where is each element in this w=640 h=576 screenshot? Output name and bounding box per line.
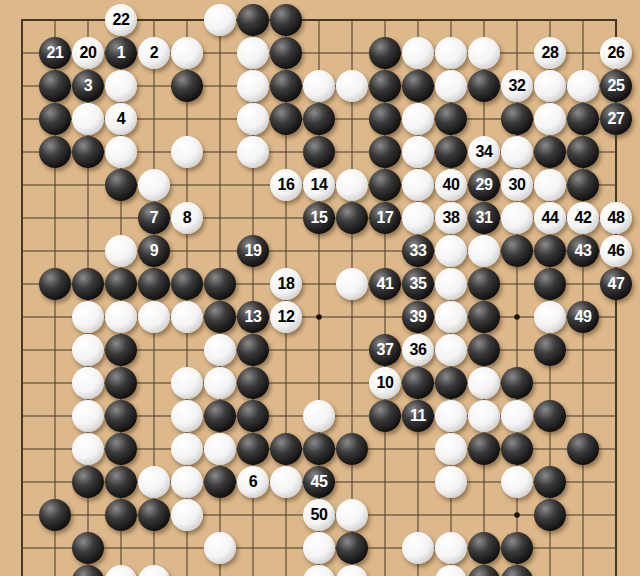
move-number: 28 [542, 45, 559, 61]
move-number: 8 [183, 210, 191, 226]
black-stone[interactable] [237, 4, 269, 36]
move-number: 35 [410, 276, 427, 292]
black-stone[interactable]: 3 [72, 70, 104, 102]
black-stone[interactable] [534, 268, 566, 300]
white-stone[interactable] [336, 70, 368, 102]
black-stone[interactable] [237, 433, 269, 465]
black-stone[interactable] [39, 499, 71, 531]
black-stone[interactable] [501, 367, 533, 399]
black-stone[interactable] [501, 433, 533, 465]
white-stone[interactable]: 18 [270, 268, 302, 300]
black-stone[interactable] [336, 532, 368, 564]
black-stone[interactable] [303, 136, 335, 168]
white-stone[interactable] [171, 37, 203, 69]
white-stone[interactable] [468, 235, 500, 267]
black-stone[interactable]: 31 [468, 202, 500, 234]
black-stone[interactable] [105, 400, 137, 432]
black-stone[interactable] [72, 466, 104, 498]
white-stone[interactable] [435, 70, 467, 102]
white-stone[interactable] [336, 169, 368, 201]
white-stone[interactable]: 16 [270, 169, 302, 201]
white-stone[interactable] [171, 466, 203, 498]
white-stone[interactable]: 8 [171, 202, 203, 234]
white-stone[interactable]: 32 [501, 70, 533, 102]
white-stone[interactable] [138, 169, 170, 201]
white-stone[interactable] [435, 334, 467, 366]
black-stone[interactable] [105, 466, 137, 498]
white-stone[interactable] [336, 499, 368, 531]
black-stone[interactable] [534, 136, 566, 168]
black-stone[interactable] [39, 268, 71, 300]
white-stone[interactable] [237, 103, 269, 135]
white-stone[interactable] [72, 334, 104, 366]
move-number: 6 [249, 474, 257, 490]
black-stone[interactable] [303, 433, 335, 465]
black-stone[interactable] [567, 169, 599, 201]
black-stone[interactable] [468, 433, 500, 465]
move-number: 12 [278, 309, 295, 325]
go-board[interactable]: 2221201228263322542734161440293078151738… [6, 4, 633, 576]
white-stone[interactable]: 28 [534, 37, 566, 69]
white-stone[interactable] [534, 301, 566, 333]
white-stone[interactable] [435, 268, 467, 300]
black-stone[interactable]: 45 [303, 466, 335, 498]
white-stone[interactable] [72, 400, 104, 432]
white-stone[interactable] [402, 136, 434, 168]
white-stone[interactable] [171, 367, 203, 399]
move-number: 50 [311, 507, 328, 523]
black-stone[interactable] [567, 433, 599, 465]
move-number: 42 [575, 210, 592, 226]
move-number: 44 [542, 210, 559, 226]
white-stone[interactable] [501, 202, 533, 234]
black-stone[interactable] [270, 103, 302, 135]
white-stone[interactable] [435, 466, 467, 498]
black-stone[interactable] [468, 334, 500, 366]
white-stone[interactable]: 48 [600, 202, 632, 234]
black-stone[interactable]: 35 [402, 268, 434, 300]
move-number: 1 [117, 45, 125, 61]
move-number: 10 [377, 375, 394, 391]
black-stone[interactable]: 11 [402, 400, 434, 432]
black-stone[interactable] [402, 70, 434, 102]
move-number: 34 [476, 144, 493, 160]
black-stone[interactable] [204, 268, 236, 300]
black-stone[interactable] [369, 169, 401, 201]
white-stone[interactable] [534, 169, 566, 201]
white-stone[interactable]: 36 [402, 334, 434, 366]
black-stone[interactable] [270, 4, 302, 36]
move-number: 46 [608, 243, 625, 259]
white-stone[interactable] [435, 565, 467, 576]
white-stone[interactable] [402, 169, 434, 201]
black-stone[interactable] [138, 268, 170, 300]
move-number: 30 [509, 177, 526, 193]
white-stone[interactable] [105, 136, 137, 168]
white-stone[interactable]: 4 [105, 103, 137, 135]
black-stone[interactable] [534, 400, 566, 432]
white-stone[interactable] [567, 70, 599, 102]
black-stone[interactable] [534, 235, 566, 267]
white-stone[interactable] [402, 37, 434, 69]
black-stone[interactable] [369, 136, 401, 168]
move-number: 36 [410, 342, 427, 358]
white-stone[interactable]: 22 [105, 4, 137, 36]
move-number: 22 [113, 12, 130, 28]
black-stone[interactable] [468, 532, 500, 564]
white-stone[interactable] [204, 4, 236, 36]
white-stone[interactable] [501, 466, 533, 498]
white-stone[interactable] [204, 334, 236, 366]
move-number: 41 [377, 276, 394, 292]
move-number: 38 [443, 210, 460, 226]
white-stone[interactable] [204, 532, 236, 564]
white-stone[interactable] [237, 37, 269, 69]
white-stone[interactable] [534, 70, 566, 102]
white-stone[interactable] [105, 235, 137, 267]
white-stone[interactable] [237, 136, 269, 168]
black-stone[interactable]: 37 [369, 334, 401, 366]
move-number: 37 [377, 342, 394, 358]
black-stone[interactable] [435, 136, 467, 168]
black-stone[interactable]: 15 [303, 202, 335, 234]
black-stone[interactable] [270, 70, 302, 102]
black-stone[interactable]: 7 [138, 202, 170, 234]
move-number: 40 [443, 177, 460, 193]
black-stone[interactable] [105, 169, 137, 201]
black-stone[interactable]: 13 [237, 301, 269, 333]
black-stone[interactable] [204, 301, 236, 333]
black-stone[interactable] [105, 268, 137, 300]
white-stone[interactable] [534, 103, 566, 135]
black-stone[interactable]: 25 [600, 70, 632, 102]
black-stone[interactable] [369, 37, 401, 69]
white-stone[interactable]: 30 [501, 169, 533, 201]
black-stone[interactable] [105, 367, 137, 399]
move-number: 49 [575, 309, 592, 325]
black-stone[interactable] [336, 202, 368, 234]
white-stone[interactable] [303, 400, 335, 432]
black-stone[interactable] [105, 433, 137, 465]
black-stone[interactable] [501, 235, 533, 267]
white-stone[interactable] [138, 301, 170, 333]
move-number: 9 [150, 243, 158, 259]
move-number: 32 [509, 78, 526, 94]
move-number: 26 [608, 45, 625, 61]
white-stone[interactable] [468, 37, 500, 69]
white-stone[interactable] [105, 565, 137, 576]
black-stone[interactable]: 27 [600, 103, 632, 135]
black-stone[interactable]: 19 [237, 235, 269, 267]
white-stone[interactable] [336, 268, 368, 300]
white-stone[interactable] [72, 103, 104, 135]
black-stone[interactable] [468, 565, 500, 576]
move-number: 39 [410, 309, 427, 325]
black-stone[interactable] [105, 334, 137, 366]
move-number: 45 [311, 474, 328, 490]
white-stone[interactable] [105, 70, 137, 102]
move-number: 17 [377, 210, 394, 226]
black-stone[interactable]: 33 [402, 235, 434, 267]
black-stone[interactable] [567, 136, 599, 168]
black-stone[interactable]: 29 [468, 169, 500, 201]
go-game-screenshot: 2221201228263322542734161440293078151738… [0, 0, 640, 576]
black-stone[interactable] [369, 400, 401, 432]
black-stone[interactable] [171, 70, 203, 102]
white-stone[interactable] [171, 136, 203, 168]
white-stone[interactable]: 2 [138, 37, 170, 69]
move-number: 27 [608, 111, 625, 127]
black-stone[interactable] [534, 466, 566, 498]
move-number: 2 [150, 45, 158, 61]
white-stone[interactable]: 6 [237, 466, 269, 498]
black-stone[interactable] [39, 136, 71, 168]
black-stone[interactable] [534, 334, 566, 366]
white-stone[interactable]: 12 [270, 301, 302, 333]
black-stone[interactable] [72, 268, 104, 300]
black-stone[interactable] [534, 499, 566, 531]
black-stone[interactable]: 41 [369, 268, 401, 300]
white-stone[interactable] [501, 400, 533, 432]
black-stone[interactable]: 47 [600, 268, 632, 300]
white-stone[interactable] [402, 202, 434, 234]
black-stone[interactable]: 17 [369, 202, 401, 234]
white-stone[interactable] [105, 301, 137, 333]
black-stone[interactable]: 1 [105, 37, 137, 69]
white-stone[interactable]: 34 [468, 136, 500, 168]
white-stone[interactable] [468, 367, 500, 399]
black-stone[interactable] [402, 367, 434, 399]
move-number: 31 [476, 210, 493, 226]
white-stone[interactable]: 10 [369, 367, 401, 399]
white-stone[interactable] [303, 70, 335, 102]
move-number: 13 [245, 309, 262, 325]
black-stone[interactable] [270, 433, 302, 465]
white-stone[interactable] [435, 301, 467, 333]
black-stone[interactable] [237, 334, 269, 366]
white-stone[interactable] [204, 367, 236, 399]
move-number: 16 [278, 177, 295, 193]
black-stone[interactable] [435, 103, 467, 135]
white-stone[interactable] [402, 103, 434, 135]
white-stone[interactable] [501, 136, 533, 168]
black-stone[interactable] [171, 268, 203, 300]
white-stone[interactable]: 50 [303, 499, 335, 531]
white-stone[interactable]: 14 [303, 169, 335, 201]
white-stone[interactable] [435, 532, 467, 564]
move-number: 19 [245, 243, 262, 259]
white-stone[interactable] [303, 532, 335, 564]
black-stone[interactable] [204, 400, 236, 432]
move-number: 11 [410, 408, 426, 424]
black-stone[interactable] [435, 367, 467, 399]
white-stone[interactable] [402, 532, 434, 564]
black-stone[interactable] [39, 70, 71, 102]
white-stone[interactable] [171, 301, 203, 333]
white-stone[interactable]: 44 [534, 202, 566, 234]
white-stone[interactable] [303, 565, 335, 576]
black-stone[interactable] [468, 301, 500, 333]
white-stone[interactable]: 26 [600, 37, 632, 69]
black-stone[interactable] [303, 103, 335, 135]
move-number: 25 [608, 78, 625, 94]
black-stone[interactable] [270, 37, 302, 69]
white-stone[interactable] [138, 565, 170, 576]
white-stone[interactable] [237, 70, 269, 102]
move-number: 33 [410, 243, 427, 259]
white-stone[interactable] [270, 466, 302, 498]
white-stone[interactable] [72, 433, 104, 465]
white-stone[interactable] [72, 301, 104, 333]
black-stone[interactable]: 43 [567, 235, 599, 267]
black-stone[interactable] [369, 70, 401, 102]
move-number: 4 [117, 111, 125, 127]
move-number: 14 [311, 177, 328, 193]
black-stone[interactable] [72, 565, 104, 576]
white-stone[interactable] [72, 367, 104, 399]
white-stone[interactable] [468, 400, 500, 432]
move-number: 43 [575, 243, 592, 259]
black-stone[interactable]: 21 [39, 37, 71, 69]
black-stone[interactable] [237, 400, 269, 432]
black-stone[interactable] [204, 466, 236, 498]
white-stone[interactable]: 42 [567, 202, 599, 234]
white-stone[interactable]: 40 [435, 169, 467, 201]
move-number: 15 [311, 210, 328, 226]
white-stone[interactable] [204, 433, 236, 465]
black-stone[interactable] [72, 136, 104, 168]
black-stone[interactable] [72, 532, 104, 564]
black-stone[interactable] [369, 103, 401, 135]
move-number: 21 [47, 45, 64, 61]
move-number: 20 [80, 45, 97, 61]
black-stone[interactable]: 9 [138, 235, 170, 267]
move-number: 7 [150, 210, 158, 226]
black-stone[interactable] [237, 367, 269, 399]
white-stone[interactable] [171, 433, 203, 465]
black-stone[interactable]: 39 [402, 301, 434, 333]
white-stone[interactable] [435, 433, 467, 465]
black-stone[interactable] [468, 70, 500, 102]
white-stone[interactable] [171, 499, 203, 531]
white-stone[interactable]: 38 [435, 202, 467, 234]
move-number: 47 [608, 276, 625, 292]
white-stone[interactable]: 46 [600, 235, 632, 267]
move-number: 48 [608, 210, 625, 226]
black-stone[interactable] [336, 433, 368, 465]
white-stone[interactable] [435, 37, 467, 69]
move-number: 29 [476, 177, 493, 193]
black-stone[interactable] [567, 103, 599, 135]
black-stone[interactable] [105, 499, 137, 531]
black-stone[interactable] [138, 499, 170, 531]
move-number: 18 [278, 276, 295, 292]
black-stone[interactable] [468, 268, 500, 300]
black-stone[interactable] [501, 103, 533, 135]
white-stone[interactable] [336, 565, 368, 576]
black-stone[interactable] [501, 532, 533, 564]
white-stone[interactable] [435, 235, 467, 267]
white-stone[interactable]: 20 [72, 37, 104, 69]
white-stone[interactable] [435, 400, 467, 432]
black-stone[interactable] [39, 103, 71, 135]
white-stone[interactable] [171, 400, 203, 432]
white-stone[interactable] [138, 466, 170, 498]
black-stone[interactable] [501, 565, 533, 576]
black-stone[interactable]: 49 [567, 301, 599, 333]
move-number: 3 [84, 78, 92, 94]
